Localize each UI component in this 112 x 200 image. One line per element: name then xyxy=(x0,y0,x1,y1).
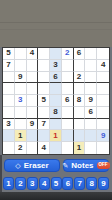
numpad-4[interactable]: 4 xyxy=(39,177,50,190)
cell-r5c1[interactable] xyxy=(3,95,15,107)
cell-r8c1[interactable] xyxy=(3,130,15,142)
cell-r9c8[interactable] xyxy=(85,142,97,154)
notes-button[interactable]: ✎ Notes OFF xyxy=(63,159,109,172)
numpad-8[interactable]: 8 xyxy=(86,177,97,190)
cell-r4c4[interactable] xyxy=(38,83,50,95)
numpad-9[interactable]: 9 xyxy=(98,177,109,190)
cell-r3c4[interactable] xyxy=(38,72,50,84)
cell-r4c3[interactable] xyxy=(27,83,39,95)
cell-r2c9[interactable]: 4 xyxy=(97,60,109,72)
cell-r1c2[interactable] xyxy=(15,48,27,60)
cell-r8c4[interactable] xyxy=(38,130,50,142)
cell-r1c7[interactable]: 6 xyxy=(74,48,86,60)
cell-r2c7[interactable] xyxy=(74,60,86,72)
cell-r1c1[interactable]: 5 xyxy=(3,48,15,60)
header-area xyxy=(0,0,112,47)
cell-r6c4[interactable] xyxy=(38,107,50,119)
cell-r8c8[interactable] xyxy=(85,130,97,142)
cell-r1c5[interactable] xyxy=(50,48,62,60)
cell-r9c5[interactable] xyxy=(50,142,62,154)
cell-r4c1[interactable] xyxy=(3,83,15,95)
cell-r5c7[interactable]: 8 xyxy=(74,95,86,107)
number-pad: 123456789 xyxy=(3,177,109,190)
cell-r3c8[interactable] xyxy=(85,72,97,84)
cell-r5c2[interactable]: 3 xyxy=(15,95,27,107)
numpad-6[interactable]: 6 xyxy=(62,177,73,190)
cell-r3c6[interactable] xyxy=(62,72,74,84)
cell-r4c7[interactable] xyxy=(74,83,86,95)
numpad-3[interactable]: 3 xyxy=(27,177,38,190)
cell-r9c3[interactable] xyxy=(27,142,39,154)
cell-r4c9[interactable] xyxy=(97,83,109,95)
numpad-5[interactable]: 5 xyxy=(51,177,62,190)
cell-r1c8[interactable] xyxy=(85,48,97,60)
cell-r3c3[interactable] xyxy=(27,72,39,84)
cell-r5c5[interactable] xyxy=(50,95,62,107)
cell-r3c1[interactable] xyxy=(3,72,15,84)
cell-r2c8[interactable] xyxy=(85,60,97,72)
cell-r6c7[interactable] xyxy=(74,107,86,119)
cell-r6c9[interactable] xyxy=(97,107,109,119)
cell-r6c6[interactable] xyxy=(62,107,74,119)
cell-r6c8[interactable]: 6 xyxy=(85,107,97,119)
cell-r8c9[interactable]: 9 xyxy=(97,130,109,142)
cell-r2c4[interactable] xyxy=(38,60,50,72)
eraser-icon: ◇ xyxy=(15,162,20,170)
cell-r7c6[interactable] xyxy=(62,119,74,131)
cell-r1c4[interactable] xyxy=(38,48,50,60)
cell-r5c9[interactable] xyxy=(97,95,109,107)
cell-r9c9[interactable] xyxy=(97,142,109,154)
cell-r6c5[interactable]: 8 xyxy=(50,107,62,119)
cell-r3c5[interactable]: 6 xyxy=(50,72,62,84)
cell-r4c6[interactable] xyxy=(62,83,74,95)
cell-r2c1[interactable]: 7 xyxy=(3,60,15,72)
numpad-7[interactable]: 7 xyxy=(74,177,85,190)
notes-label: Notes xyxy=(71,161,93,170)
cell-r7c3[interactable]: 9 xyxy=(27,119,39,131)
cell-r6c1[interactable] xyxy=(3,107,15,119)
pencil-icon: ✎ xyxy=(62,162,68,170)
cell-r6c2[interactable] xyxy=(15,107,27,119)
cell-r7c7[interactable] xyxy=(74,119,86,131)
cell-r1c9[interactable] xyxy=(97,48,109,60)
cell-r9c6[interactable] xyxy=(62,142,74,154)
cell-r1c3[interactable]: 4 xyxy=(27,48,39,60)
sudoku-board: 54267349623568986397119241 xyxy=(2,47,110,155)
cell-r2c5[interactable]: 3 xyxy=(50,60,62,72)
cell-r9c2[interactable]: 2 xyxy=(15,142,27,154)
cell-r4c8[interactable] xyxy=(85,83,97,95)
cell-r5c3[interactable] xyxy=(27,95,39,107)
numpad-2[interactable]: 2 xyxy=(15,177,26,190)
cell-r8c6[interactable] xyxy=(62,130,74,142)
eraser-button[interactable]: ◇ Eraser xyxy=(4,159,60,172)
cell-r7c1[interactable]: 3 xyxy=(3,119,15,131)
cell-r2c6[interactable] xyxy=(62,60,74,72)
cell-r3c7[interactable]: 2 xyxy=(74,72,86,84)
cell-r9c4[interactable]: 4 xyxy=(38,142,50,154)
cell-r7c4[interactable]: 7 xyxy=(38,119,50,131)
cell-r7c2[interactable] xyxy=(15,119,27,131)
cell-r7c8[interactable] xyxy=(85,119,97,131)
cell-r9c7[interactable]: 1 xyxy=(74,142,86,154)
cell-r4c5[interactable] xyxy=(50,83,62,95)
notes-off-badge: OFF xyxy=(97,162,110,169)
cell-r5c4[interactable]: 5 xyxy=(38,95,50,107)
cell-r8c2[interactable]: 1 xyxy=(15,130,27,142)
cell-r8c3[interactable] xyxy=(27,130,39,142)
cell-r6c3[interactable] xyxy=(27,107,39,119)
cell-r9c1[interactable] xyxy=(3,142,15,154)
numpad-1[interactable]: 1 xyxy=(3,177,14,190)
bottom-bar xyxy=(0,192,112,200)
eraser-label: Eraser xyxy=(24,161,49,170)
cell-r3c9[interactable] xyxy=(97,72,109,84)
cell-r2c3[interactable] xyxy=(27,60,39,72)
cell-r1c6[interactable]: 2 xyxy=(62,48,74,60)
cell-r7c9[interactable] xyxy=(97,119,109,131)
cell-r5c8[interactable]: 9 xyxy=(85,95,97,107)
sudoku-app-screen: 54267349623568986397119241 ◇ Eraser ✎ No… xyxy=(0,0,112,200)
cell-r2c2[interactable] xyxy=(15,60,27,72)
cell-r8c5[interactable]: 1 xyxy=(50,130,62,142)
cell-r8c7[interactable] xyxy=(74,130,86,142)
cell-r5c6[interactable]: 6 xyxy=(62,95,74,107)
cell-r7c5[interactable] xyxy=(50,119,62,131)
cell-r3c2[interactable]: 9 xyxy=(15,72,27,84)
cell-r4c2[interactable] xyxy=(15,83,27,95)
